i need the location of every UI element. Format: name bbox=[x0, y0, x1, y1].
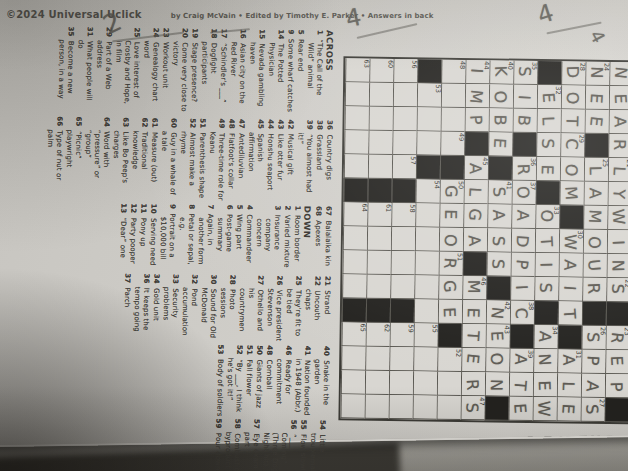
clue-item: 48 Cornball bbox=[263, 345, 273, 417]
pencil-letter: D bbox=[562, 60, 583, 84]
clue-item: 24 Genealogy chart word bbox=[141, 28, 160, 112]
grid-cell[interactable]: R bbox=[461, 372, 485, 396]
grid-cell[interactable]: 48 bbox=[441, 60, 465, 84]
clue-item: 26 Vice president Stevenson bbox=[264, 275, 283, 341]
grid-cell[interactable]: 23R bbox=[605, 326, 628, 350]
pencil-letter: T bbox=[509, 373, 531, 398]
grid-cell[interactable]: O bbox=[560, 157, 584, 181]
clue-item: 36 Country digs bbox=[323, 120, 333, 202]
grid-cell[interactable]: I bbox=[513, 85, 537, 109]
grid-cell[interactable] bbox=[414, 275, 438, 299]
grid-cell[interactable]: T bbox=[509, 373, 533, 397]
grid-cell[interactable]: A bbox=[583, 182, 607, 206]
grid-cell[interactable]: T bbox=[558, 301, 582, 325]
clue-item: 4 Commandeer bbox=[243, 205, 253, 271]
cell-number: 54 bbox=[433, 181, 440, 189]
grid-cell[interactable]: 53 bbox=[417, 83, 441, 107]
grid-cell[interactable]: E bbox=[609, 86, 628, 110]
pencil-letter: O bbox=[560, 158, 582, 183]
grid-cell[interactable]: 64 bbox=[343, 202, 367, 226]
grid-cell bbox=[486, 276, 510, 300]
grid-cell[interactable]: T bbox=[560, 109, 584, 133]
grid-cell[interactable]: 41S bbox=[487, 180, 511, 204]
grid-cell[interactable] bbox=[343, 226, 367, 250]
grid-cell[interactable]: B bbox=[488, 108, 512, 132]
clue-item: 67 Balalaika kin bbox=[322, 206, 332, 272]
grid-cell[interactable] bbox=[341, 370, 365, 394]
grid-cell[interactable]: L bbox=[463, 180, 487, 204]
grid-cell bbox=[342, 298, 366, 322]
cell-number: 64 bbox=[360, 204, 367, 212]
pencil-letter: N bbox=[586, 61, 607, 85]
pencil-letter: C bbox=[561, 132, 582, 156]
pencil-letter: O bbox=[490, 85, 510, 108]
grid-cell[interactable]: M bbox=[465, 84, 489, 108]
clue-column: 54 Little troublemakers55 Flow slowly56 … bbox=[212, 419, 327, 471]
clue-item: 19 Stage presence? bbox=[189, 28, 199, 112]
grid-cell[interactable]: 50G bbox=[439, 180, 463, 204]
grid-cell[interactable]: 46M bbox=[462, 276, 486, 300]
pencil-letter: E bbox=[509, 396, 531, 420]
grid-cell[interactable] bbox=[342, 250, 366, 274]
grid-cell[interactable]: 25L bbox=[584, 158, 608, 182]
clue-item: 68 Apexes bbox=[312, 206, 322, 272]
grid-cell[interactable] bbox=[414, 299, 438, 323]
grid-cell[interactable]: T bbox=[461, 324, 485, 348]
grid-cell[interactable]: B bbox=[512, 109, 536, 133]
grid-cell[interactable]: 43E bbox=[485, 324, 509, 348]
page-header: ©2024 Universal Uclick by Craig McVain •… bbox=[6, 3, 433, 22]
pencil-letter: E bbox=[537, 158, 558, 182]
pencil-letter: N bbox=[608, 254, 628, 277]
clue-item: 41 Nation founded in 1948 (Abbr.) bbox=[292, 346, 311, 418]
grid-cell[interactable]: E bbox=[605, 350, 628, 374]
pencil-letter: S bbox=[607, 277, 628, 301]
pencil-letter: G bbox=[438, 274, 460, 298]
clue-item: 20 Come very close to victory bbox=[170, 28, 189, 112]
pencil-letter: E bbox=[439, 300, 460, 324]
grid-cell[interactable] bbox=[392, 131, 416, 155]
clue-item: 51 Parenthesis shape bbox=[196, 118, 206, 200]
grid-cell[interactable] bbox=[393, 83, 417, 107]
grid-cell bbox=[584, 134, 608, 158]
pencil-letter: N bbox=[486, 301, 508, 326]
grid-cell[interactable]: A bbox=[463, 228, 487, 252]
grid-cell[interactable] bbox=[440, 108, 464, 132]
grid-cell[interactable] bbox=[391, 227, 415, 251]
pencil-letter: T bbox=[561, 109, 582, 133]
pencil-letter: B bbox=[513, 108, 535, 133]
grid-cell[interactable] bbox=[413, 347, 437, 371]
grid-cell[interactable]: S bbox=[487, 228, 511, 252]
grid-cell bbox=[557, 325, 581, 349]
grid-cell[interactable]: 21L bbox=[608, 158, 628, 182]
grid-cell[interactable]: 44I bbox=[465, 60, 489, 84]
grid-cell[interactable] bbox=[436, 396, 460, 420]
grid-cell bbox=[534, 301, 558, 325]
clue-column: 40 Snake in the garden41 Nation founded … bbox=[213, 345, 330, 419]
pencil-letter: A bbox=[465, 157, 485, 180]
grid-cell[interactable] bbox=[340, 394, 364, 418]
grid-cell[interactable] bbox=[366, 251, 390, 275]
grid-cell[interactable]: U bbox=[582, 254, 606, 278]
clue-item: 57 Eye exam part bbox=[242, 419, 261, 471]
grid-cell[interactable] bbox=[414, 251, 438, 275]
pencil-letter: R bbox=[583, 276, 604, 300]
grid-cell[interactable] bbox=[437, 372, 461, 396]
grid-cell[interactable]: O bbox=[485, 348, 509, 372]
clue-item: 52 “By ___, I think he's got it!” bbox=[224, 345, 243, 417]
grid-cell[interactable] bbox=[368, 131, 392, 155]
grid-cell[interactable]: 35S bbox=[513, 61, 537, 85]
grid-cell[interactable]: 62 bbox=[365, 323, 389, 347]
grid-cell bbox=[367, 179, 391, 203]
clue-item: 35 Become a new person, in a way bbox=[56, 26, 75, 110]
grid-cell[interactable]: A bbox=[558, 253, 582, 277]
pencil-letter: T bbox=[558, 302, 580, 326]
pencil-letter: S bbox=[488, 229, 508, 252]
rotated-page-content: 1B2U3C4K5T6U7S8H9S10O11L12E13S14AREA15RE… bbox=[0, 11, 628, 471]
grid-cell[interactable]: 47S bbox=[460, 396, 484, 420]
grid-cell[interactable]: N bbox=[485, 372, 509, 396]
grid-cell[interactable]: R bbox=[582, 278, 606, 302]
grid-cell[interactable]: 29C bbox=[560, 133, 584, 157]
grid-cell[interactable]: M bbox=[559, 181, 583, 205]
clue-item: 2 Varied mixture bbox=[281, 205, 291, 271]
grid-cell bbox=[416, 155, 440, 179]
grid-cell[interactable]: 31A bbox=[557, 349, 581, 373]
pencil-letter: O bbox=[513, 181, 533, 204]
grid-cell[interactable]: 28D bbox=[561, 61, 585, 85]
pencil-letter: M bbox=[560, 181, 581, 205]
grid-cell[interactable] bbox=[390, 275, 414, 299]
grid-cell[interactable]: O bbox=[561, 85, 585, 109]
grid-cell[interactable] bbox=[342, 274, 366, 298]
clue-item: 65 “Picnic” playwright bbox=[63, 116, 82, 198]
grid-cell[interactable]: E bbox=[584, 110, 608, 134]
grid-cell[interactable]: 60 bbox=[369, 59, 393, 83]
cell-number: 58 bbox=[408, 204, 415, 212]
grid-cell[interactable]: 45A bbox=[464, 156, 488, 180]
pencil-letter: L bbox=[558, 374, 579, 398]
pencil-letter: P bbox=[510, 252, 532, 277]
grid-cell[interactable] bbox=[345, 82, 369, 106]
pencil-letter: S bbox=[537, 132, 557, 155]
pencil-letter: L bbox=[537, 109, 558, 133]
grid-cell bbox=[604, 398, 628, 422]
pencil-letter: E bbox=[463, 301, 484, 325]
grid-cell[interactable]: E bbox=[508, 397, 532, 421]
clue-item: 33 Security problems bbox=[161, 274, 180, 340]
grid-cell[interactable]: N bbox=[533, 349, 557, 373]
pencil-letter: O bbox=[439, 228, 460, 252]
pencil-letter: R bbox=[461, 373, 482, 397]
grid-cell[interactable]: E bbox=[438, 300, 462, 324]
grid-cell[interactable]: E bbox=[462, 300, 486, 324]
grid-cell[interactable]: D bbox=[511, 229, 535, 253]
clue-item: 28 Photo sessions bbox=[217, 275, 236, 341]
clue-item: 38 Grassland bbox=[313, 120, 323, 202]
grid-cell[interactable]: 34A bbox=[533, 325, 557, 349]
grid-cell[interactable]: 56 bbox=[393, 59, 417, 83]
grid-cell[interactable]: I bbox=[534, 253, 558, 277]
clue-item: 42 Musical gift bbox=[284, 120, 294, 202]
clue-item: 31 What people will do bbox=[75, 27, 94, 111]
clue-item: 52 Almost make a rhyme bbox=[177, 118, 196, 200]
grid-cell[interactable] bbox=[341, 346, 365, 370]
grid-cell[interactable]: P bbox=[581, 350, 605, 374]
pencil-letter: Y bbox=[608, 181, 628, 206]
clue-item: 44 Honshu seaport bbox=[264, 119, 274, 201]
clue-item: 66 Type of nut or palm bbox=[44, 116, 63, 198]
grid-cell[interactable]: E bbox=[533, 373, 557, 397]
grid-cell[interactable]: 63 bbox=[345, 58, 369, 82]
grid-cell[interactable]: 30W bbox=[559, 229, 583, 253]
grid-cell[interactable]: L bbox=[557, 373, 581, 397]
grid-cell bbox=[606, 302, 628, 326]
grid-cell[interactable]: P bbox=[510, 253, 534, 277]
grid-cell[interactable]: 37O bbox=[511, 181, 535, 205]
grid-cell[interactable]: 40K bbox=[489, 60, 513, 84]
grid-cell[interactable] bbox=[368, 107, 392, 131]
grid-cell bbox=[509, 325, 533, 349]
grid-cell[interactable] bbox=[416, 131, 440, 155]
clue-item: 60 Guy in a whale of a tale bbox=[158, 118, 177, 200]
clue-item: 45 Spanish affirmation bbox=[245, 119, 264, 201]
pencil-letter: L bbox=[585, 159, 605, 182]
pencil-letter: I bbox=[558, 276, 580, 301]
grid-cell[interactable]: N bbox=[606, 254, 628, 278]
grid-cell[interactable]: S bbox=[486, 252, 510, 276]
grid-cell[interactable]: 42N bbox=[486, 300, 510, 324]
grid-cell[interactable] bbox=[415, 203, 439, 227]
grid-cell[interactable] bbox=[390, 251, 414, 275]
clue-column: ACROSS1 “The Call of the Wild” animal5 R… bbox=[55, 26, 335, 114]
grid-cell[interactable]: W bbox=[532, 397, 556, 421]
clue-item: 64 Word with “pressure” or “group” bbox=[82, 117, 110, 199]
pencil-letter: A bbox=[559, 253, 580, 277]
grid-cell[interactable]: O bbox=[489, 84, 513, 108]
grid-cell[interactable]: A bbox=[511, 205, 535, 229]
pencil-letter: T bbox=[462, 324, 483, 348]
pencil-letter: E bbox=[461, 346, 483, 371]
pencil-letter: I bbox=[608, 231, 628, 255]
clue-item: 39 “You almost had it!” bbox=[294, 120, 313, 202]
clue-list-heading: DOWN bbox=[300, 206, 312, 272]
grid-cell[interactable]: R bbox=[608, 134, 628, 158]
pencil-letter: S bbox=[582, 326, 603, 350]
grid-cell[interactable]: 49 bbox=[440, 132, 464, 156]
grid-cell[interactable]: 39A bbox=[509, 349, 533, 373]
grid-cell[interactable]: W bbox=[607, 206, 628, 230]
clue-item: 16 Asian city on the Red River bbox=[228, 29, 247, 113]
grid-cell[interactable]: 22S bbox=[606, 278, 628, 302]
clue-item: 1 “The Call of the Wild” animal bbox=[305, 30, 324, 114]
grid-cell[interactable] bbox=[344, 130, 368, 154]
pencil-letter: S bbox=[488, 180, 510, 204]
clue-item: 51 Fall flower bbox=[243, 345, 253, 417]
grid-cell[interactable] bbox=[388, 395, 412, 419]
pencil-letter: S bbox=[461, 396, 481, 419]
photo-of-crossword-page: { "header": { "copyright": "©2024 Univer… bbox=[0, 0, 628, 471]
pencil-letter: N bbox=[486, 373, 506, 396]
grid-cell[interactable]: I bbox=[558, 277, 582, 301]
pencil-letter: A bbox=[581, 374, 603, 399]
clue-item: 40 Snake in the garden bbox=[311, 346, 330, 418]
pencil-letter: S bbox=[514, 60, 534, 83]
grid-cell[interactable]: 32E bbox=[537, 85, 561, 109]
clue-item: 22 Uncouth chaps bbox=[302, 276, 321, 342]
cell-number: 53 bbox=[434, 85, 441, 93]
grid-cell[interactable]: 54 bbox=[415, 179, 439, 203]
grid-cell[interactable] bbox=[412, 395, 436, 419]
clue-column: 67 Balalaika kin68 ApexesDOWN1 Room bord… bbox=[116, 203, 332, 272]
grid-cell[interactable]: 51R bbox=[438, 252, 462, 276]
grid-cell[interactable]: 65 bbox=[341, 322, 365, 346]
grid-cell[interactable]: E bbox=[461, 348, 485, 372]
grid-cell bbox=[537, 61, 561, 85]
grid-cell[interactable]: E bbox=[585, 86, 609, 110]
grid-cell[interactable] bbox=[364, 395, 388, 419]
clue-item: 46 Ready for commitment bbox=[273, 345, 292, 417]
clue-item: 62 Traditional knowledge bbox=[129, 117, 148, 199]
grid-cell[interactable]: 26S bbox=[581, 326, 605, 350]
pencil-letter: A bbox=[463, 228, 485, 252]
clue-item: 49 Three-time role for Keanu bbox=[206, 118, 225, 200]
clue-item: 23 Workout unit bbox=[160, 28, 170, 112]
grid-cell[interactable] bbox=[441, 84, 465, 108]
grid-cell bbox=[582, 302, 606, 326]
grid-cell bbox=[462, 252, 486, 276]
grid-cell[interactable]: A bbox=[581, 374, 605, 398]
clue-item: 48 Flatfoot's collar bbox=[225, 119, 235, 201]
clue-item: 47 Antediluvian bbox=[235, 119, 245, 201]
grid-cell[interactable]: S bbox=[534, 277, 558, 301]
grid-cell[interactable] bbox=[366, 275, 390, 299]
grid-cell[interactable]: 59 bbox=[389, 323, 413, 347]
grid-cell[interactable]: I bbox=[510, 277, 534, 301]
grid-cell bbox=[512, 133, 536, 157]
grid-cell[interactable]: 38C bbox=[510, 301, 534, 325]
clue-item: 3 Insurance company concern bbox=[253, 205, 281, 271]
clue-item: 54 Little troublemakers bbox=[308, 420, 327, 471]
clue-item: 30 Sound for Old McDonald bbox=[199, 274, 218, 340]
grid-cell[interactable]: O bbox=[439, 228, 463, 252]
pencil-letter: O bbox=[583, 230, 605, 255]
grid-cell[interactable]: 58 bbox=[391, 203, 415, 227]
clue-item: 6 Post-game summary bbox=[214, 205, 233, 271]
clue-item: 14 The Potted Physician bbox=[266, 29, 285, 113]
grid-cell bbox=[390, 299, 414, 323]
grid-cell[interactable]: 61 bbox=[367, 203, 391, 227]
grid-cell[interactable]: 20N bbox=[609, 62, 628, 86]
grid-cell[interactable]: 33O bbox=[535, 205, 559, 229]
grid-cell[interactable] bbox=[389, 371, 413, 395]
grid-cell bbox=[464, 132, 488, 156]
grid-cell[interactable]: G bbox=[463, 204, 487, 228]
clue-item: 12 Party pooper bbox=[127, 203, 137, 269]
grid-cell[interactable] bbox=[344, 106, 368, 130]
pencil-letter: G bbox=[463, 202, 485, 227]
cell-number: 62 bbox=[383, 324, 390, 332]
pencil-letter: T bbox=[535, 230, 556, 254]
grid-cell[interactable]: 27S bbox=[580, 398, 604, 422]
pencil-letter: B bbox=[489, 108, 509, 131]
grid-cell[interactable]: E bbox=[488, 132, 512, 156]
clue-item: 5 Rear end bbox=[295, 30, 305, 114]
grid-cell[interactable]: T bbox=[535, 229, 559, 253]
grid-cell[interactable] bbox=[365, 371, 389, 395]
grid-cell[interactable]: E bbox=[439, 204, 463, 228]
grid-cell bbox=[417, 59, 441, 83]
pencil-letter: R bbox=[439, 251, 461, 276]
pencil-letter: E bbox=[606, 349, 627, 373]
crossword-grid[interactable]: 1B2U3C4K5T6U7S8H9S10O11L12E13S14AREA15RE… bbox=[338, 56, 628, 425]
grid-cell[interactable]: 57 bbox=[392, 155, 416, 179]
grid-cell[interactable]: A bbox=[608, 110, 628, 134]
grid-cell[interactable] bbox=[344, 154, 368, 178]
pencil-letter: W bbox=[560, 230, 580, 253]
clue-column: 36 Country digs38 Grassland39 “You almos… bbox=[43, 116, 333, 202]
pencil-letter: W bbox=[607, 204, 628, 228]
grid-cell[interactable]: E bbox=[536, 157, 560, 181]
pencil-letter: P bbox=[465, 108, 486, 132]
grid-cell[interactable]: P bbox=[605, 374, 628, 398]
clue-item: 13 “Dear” one bbox=[117, 203, 127, 269]
clue-item: 43 Like otter fur bbox=[274, 119, 284, 201]
pencil-letter: O bbox=[562, 86, 582, 109]
clue-item: 18 Dogfight participants bbox=[199, 28, 218, 112]
clue-item: 58 Combustion byproduct bbox=[223, 419, 242, 471]
grid-cell[interactable] bbox=[392, 107, 416, 131]
pencil-letter: E bbox=[440, 203, 460, 226]
pencil-letter: I bbox=[466, 59, 487, 83]
clue-item: 1 Room border bbox=[291, 206, 301, 272]
cell-number: 60 bbox=[386, 60, 393, 68]
grid-cell[interactable] bbox=[389, 347, 413, 371]
grid-cell[interactable]: L bbox=[536, 109, 560, 133]
grid-cell bbox=[484, 396, 508, 420]
pencil-letter: E bbox=[585, 86, 606, 110]
grid-cell[interactable]: M bbox=[583, 206, 607, 230]
clue-item: 63 Like Bo Peep's charges bbox=[110, 117, 129, 199]
grid-cell[interactable]: 24N bbox=[585, 62, 609, 86]
grid-cell[interactable]: O bbox=[583, 230, 607, 254]
grid-cell[interactable]: P bbox=[464, 108, 488, 132]
grid-cell[interactable]: 52 bbox=[437, 348, 461, 372]
grid-cell[interactable]: S bbox=[536, 133, 560, 157]
grid-cell[interactable] bbox=[413, 371, 437, 395]
grid-cell[interactable]: I bbox=[607, 230, 628, 254]
grid-cell[interactable] bbox=[416, 107, 440, 131]
pencil-letter: P bbox=[582, 348, 603, 372]
pencil-letter: I bbox=[535, 253, 555, 276]
grid-cell[interactable]: A bbox=[487, 204, 511, 228]
grid-cell[interactable]: Y bbox=[607, 182, 628, 206]
grid-cell[interactable] bbox=[367, 227, 391, 251]
grid-cell[interactable]: 55 bbox=[413, 323, 437, 347]
grid-cell[interactable] bbox=[369, 83, 393, 107]
clue-item: 17 “Schindler's ___” bbox=[218, 29, 228, 113]
pencil-letter: A bbox=[609, 110, 628, 133]
grid-cell[interactable]: G bbox=[438, 276, 462, 300]
grid-cell[interactable] bbox=[415, 227, 439, 251]
grid-cell[interactable] bbox=[365, 347, 389, 371]
grid-cell[interactable]: 36R bbox=[512, 157, 536, 181]
pencil-letter: E bbox=[489, 131, 510, 155]
grid-cell[interactable] bbox=[368, 155, 392, 179]
grid-cell[interactable]: E bbox=[556, 397, 580, 421]
